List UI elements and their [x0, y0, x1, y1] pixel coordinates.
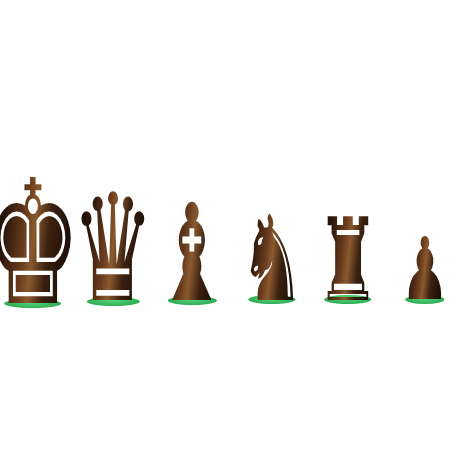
chess-piece-queen: ♛ — [71, 231, 154, 303]
chess-piece-rook: ♜ — [316, 246, 381, 301]
queen-piece-glyph: ♛ — [71, 176, 154, 325]
chess-piece-bishop: ♝ — [154, 237, 229, 302]
chess-piece-pawn: ♟ — [401, 259, 449, 301]
bishop-piece-glyph: ♝ — [154, 187, 229, 321]
pawn-piece-glyph: ♟ — [401, 227, 449, 313]
knight-piece-glyph: ♞ — [239, 200, 305, 318]
rook-piece-glyph: ♜ — [316, 202, 381, 317]
king-piece-glyph: ♚ — [0, 157, 81, 330]
chess-piece-knight: ♞ — [239, 244, 305, 301]
chess-piece-king: ♚ — [0, 222, 81, 305]
chess-piece-set-photo: ♚ ♛ ♝ ♞ ♜ ♟ — [0, 0, 450, 450]
